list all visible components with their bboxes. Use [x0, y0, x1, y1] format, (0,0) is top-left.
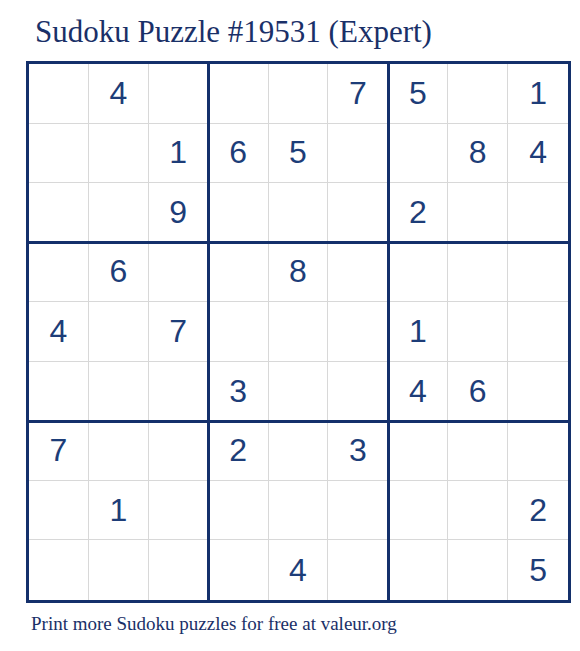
cell-r8c2: 1 [89, 481, 149, 541]
cell-r4c8 [448, 243, 508, 303]
sudoku-grid: 47511658492684713467231245 [29, 64, 568, 600]
cell-r7c6: 3 [328, 421, 388, 481]
cell-r9c8 [448, 540, 508, 600]
cell-r5c8 [448, 302, 508, 362]
cell-r3c5 [269, 183, 329, 243]
cell-r2c7 [388, 124, 448, 184]
cell-r4c1 [29, 243, 89, 303]
cell-r7c8 [448, 421, 508, 481]
cell-r4c2: 6 [89, 243, 149, 303]
cell-r9c2 [89, 540, 149, 600]
cell-r3c2 [89, 183, 149, 243]
sudoku-board: 47511658492684713467231245 [26, 61, 571, 603]
cell-r2c4: 6 [209, 124, 269, 184]
cell-r9c3 [149, 540, 209, 600]
cell-r4c4 [209, 243, 269, 303]
cell-r5c1: 4 [29, 302, 89, 362]
cell-r2c8: 8 [448, 124, 508, 184]
cell-r6c8: 6 [448, 362, 508, 422]
cell-r1c9: 1 [508, 64, 568, 124]
cell-r2c9: 4 [508, 124, 568, 184]
cell-r1c6: 7 [328, 64, 388, 124]
cell-r2c6 [328, 124, 388, 184]
cell-r1c7: 5 [388, 64, 448, 124]
cell-r1c3 [149, 64, 209, 124]
cell-r4c9 [508, 243, 568, 303]
cell-r2c5: 5 [269, 124, 329, 184]
cell-r7c5 [269, 421, 329, 481]
cell-r1c2: 4 [89, 64, 149, 124]
cell-r2c2 [89, 124, 149, 184]
cell-r9c4 [209, 540, 269, 600]
cell-r2c3: 1 [149, 124, 209, 184]
cell-r6c7: 4 [388, 362, 448, 422]
sudoku-page: Sudoku Puzzle #19531 (Expert) 4751165849… [0, 0, 580, 651]
cell-r8c5 [269, 481, 329, 541]
cell-r6c2 [89, 362, 149, 422]
page-title: Sudoku Puzzle #19531 (Expert) [35, 14, 432, 50]
cell-r8c3 [149, 481, 209, 541]
cell-r3c6 [328, 183, 388, 243]
cell-r3c3: 9 [149, 183, 209, 243]
cell-r5c6 [328, 302, 388, 362]
cell-r3c7: 2 [388, 183, 448, 243]
cell-r8c8 [448, 481, 508, 541]
cell-r4c3 [149, 243, 209, 303]
cell-r9c7 [388, 540, 448, 600]
cell-r7c4: 2 [209, 421, 269, 481]
cell-r4c5: 8 [269, 243, 329, 303]
cell-r3c4 [209, 183, 269, 243]
cell-r8c1 [29, 481, 89, 541]
cell-r6c6 [328, 362, 388, 422]
cell-r6c4: 3 [209, 362, 269, 422]
cell-r5c4 [209, 302, 269, 362]
cell-r8c6 [328, 481, 388, 541]
cell-r1c1 [29, 64, 89, 124]
cell-r7c1: 7 [29, 421, 89, 481]
footer-text: Print more Sudoku puzzles for free at va… [31, 613, 397, 635]
cell-r1c4 [209, 64, 269, 124]
cell-r1c8 [448, 64, 508, 124]
cell-r4c7 [388, 243, 448, 303]
cell-r6c5 [269, 362, 329, 422]
cell-r5c3: 7 [149, 302, 209, 362]
cell-r7c9 [508, 421, 568, 481]
cell-r6c9 [508, 362, 568, 422]
cell-r7c2 [89, 421, 149, 481]
cell-r5c7: 1 [388, 302, 448, 362]
cell-r9c9: 5 [508, 540, 568, 600]
cell-r7c7 [388, 421, 448, 481]
cell-r8c4 [209, 481, 269, 541]
cell-r4c6 [328, 243, 388, 303]
cell-r9c1 [29, 540, 89, 600]
cell-r9c6 [328, 540, 388, 600]
cell-r8c7 [388, 481, 448, 541]
cell-r8c9: 2 [508, 481, 568, 541]
cell-r3c9 [508, 183, 568, 243]
cell-r1c5 [269, 64, 329, 124]
cell-r5c5 [269, 302, 329, 362]
cell-r6c1 [29, 362, 89, 422]
cell-r3c8 [448, 183, 508, 243]
cell-r5c2 [89, 302, 149, 362]
cell-r3c1 [29, 183, 89, 243]
cell-r9c5: 4 [269, 540, 329, 600]
cell-r5c9 [508, 302, 568, 362]
cell-r6c3 [149, 362, 209, 422]
cell-r2c1 [29, 124, 89, 184]
cell-r7c3 [149, 421, 209, 481]
